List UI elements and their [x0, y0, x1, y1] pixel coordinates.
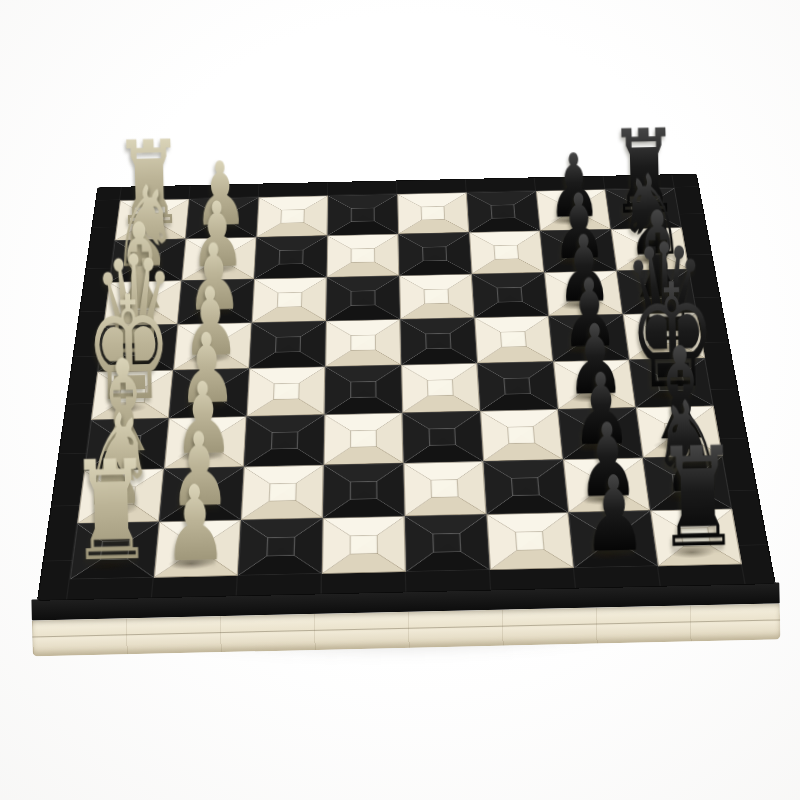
square-e4 [324, 365, 402, 415]
square-c4 [326, 276, 400, 321]
square-d4 [325, 319, 401, 366]
square-inlay-pattern [402, 411, 483, 463]
square-inlay-pattern [324, 413, 404, 465]
square-inlay-pattern [399, 274, 474, 319]
square-d5 [400, 318, 477, 365]
chess-board: ♜♟♟♜♞♟♟♞♝♟♟♝♛♟♟♛♚♟♟♚♝♟♟♝♞♟♟♞♜♟♟♜ [38, 174, 774, 600]
square-f4 [324, 413, 404, 465]
square-h5 [405, 514, 490, 572]
square-e5 [401, 363, 480, 413]
square-inlay-pattern [325, 319, 401, 366]
square-a4 [327, 194, 398, 235]
square-g5 [403, 461, 486, 516]
square-inlay-pattern [324, 365, 402, 415]
square-inlay-pattern [400, 318, 477, 365]
square-inlay-pattern [403, 461, 486, 516]
square-h7: ♟ [568, 511, 658, 569]
square-inlay-pattern [401, 363, 480, 413]
square-f5 [402, 411, 483, 463]
chess-set-photo: ♜♟♟♜♞♟♟♞♝♟♟♝♛♟♟♛♚♟♟♚♝♟♟♝♞♟♟♞♜♟♟♜ [0, 0, 800, 800]
square-inlay-pattern [326, 276, 400, 321]
square-inlay-pattern [397, 193, 469, 234]
board-grid: ♜♟♟♜♞♟♟♞♝♟♟♝♛♟♟♛♚♟♟♚♝♟♟♝♞♟♟♞♜♟♟♜ [70, 188, 742, 580]
square-c5 [399, 274, 474, 319]
square-inlay-pattern [327, 194, 398, 235]
square-g4 [323, 463, 405, 518]
square-a5 [397, 193, 469, 234]
square-h2: ♟ [154, 520, 241, 578]
square-inlay-pattern [327, 234, 400, 277]
square-inlay-pattern [405, 514, 490, 572]
square-inlay-pattern [323, 463, 405, 518]
square-inlay-pattern [322, 516, 406, 574]
square-b5 [398, 232, 471, 275]
piece-white-pawn: ♟ [129, 476, 262, 573]
board-tilt-wrapper: ♜♟♟♜♞♟♟♞♝♟♟♝♛♟♟♛♚♟♟♚♝♟♟♝♞♟♟♞♜♟♟♜ [0, 0, 800, 800]
square-b4 [327, 234, 400, 277]
piece-black-pawn: ♟ [548, 466, 681, 563]
square-inlay-pattern [398, 232, 471, 275]
square-h4 [322, 516, 406, 574]
